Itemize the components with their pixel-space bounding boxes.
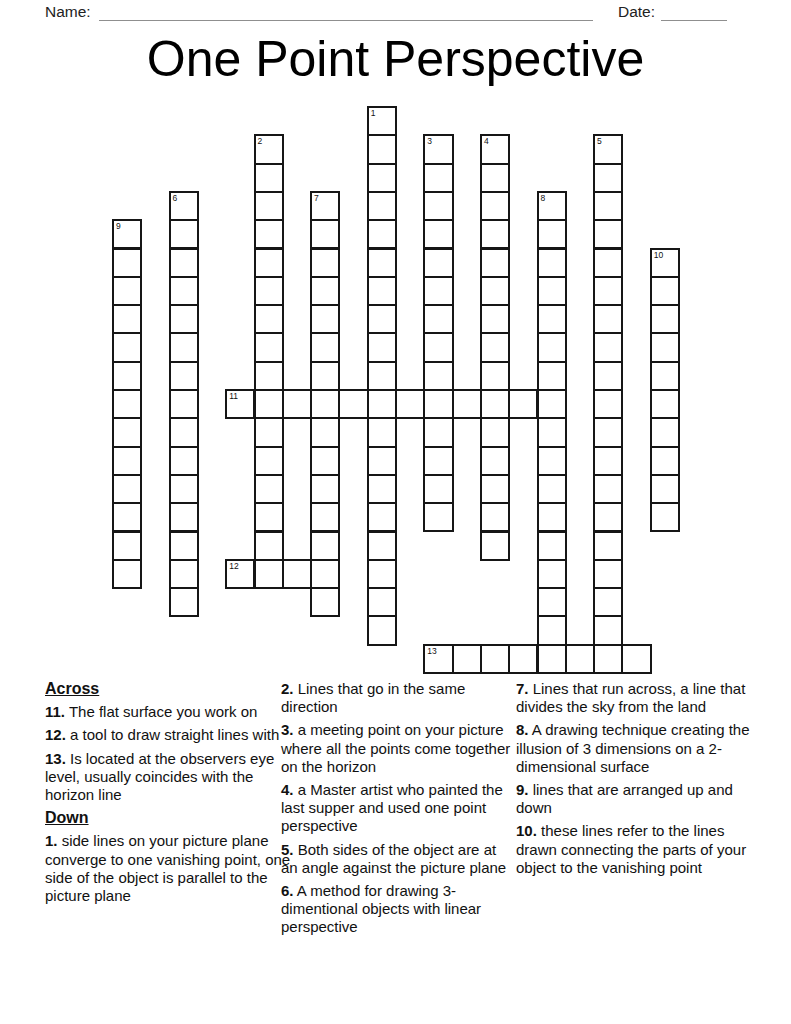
grid-cell[interactable]: 11 [225,389,255,419]
grid-cell[interactable] [423,163,453,193]
grid-cell[interactable] [254,248,284,278]
clue-number: 10. [516,822,537,839]
grid-cell[interactable] [169,587,199,617]
grid-cell[interactable] [254,276,284,306]
grid-cell[interactable] [593,219,623,249]
grid-cell[interactable] [254,531,284,561]
grid-cell[interactable] [169,389,199,419]
grid-cell[interactable] [310,219,340,249]
grid-cell[interactable] [310,446,340,476]
grid-cell[interactable] [537,332,567,362]
grid-cell[interactable] [423,389,453,419]
grid-cell[interactable] [537,559,567,589]
clue-down-3: 3. a meeting point on your picture where… [281,721,515,776]
grid-cell[interactable] [169,502,199,532]
grid-cell[interactable] [169,248,199,278]
clue-down-10: 10. these lines refer to the lines drawn… [516,822,754,877]
grid-cell[interactable] [169,361,199,391]
grid-cell[interactable]: 4 [480,134,510,164]
grid-cell[interactable] [650,502,680,532]
cell-number: 5 [597,136,602,146]
clue-column-3: 7. Lines that run across, a line that di… [516,680,754,882]
grid-cell[interactable] [423,191,453,221]
grid-cell[interactable] [112,389,142,419]
grid-cell[interactable] [367,615,397,645]
grid-cell[interactable]: 2 [254,134,284,164]
grid-cell[interactable] [254,559,284,589]
grid-cell[interactable] [112,531,142,561]
grid-cell[interactable] [310,389,340,419]
grid-cell[interactable] [650,332,680,362]
grid-cell[interactable] [480,304,510,334]
grid-cell[interactable] [650,276,680,306]
grid-cell[interactable] [310,502,340,532]
clue-number: 5. [281,841,294,858]
grid-cell[interactable] [537,615,567,645]
grid-cell[interactable] [537,644,567,674]
grid-cell[interactable] [367,474,397,504]
grid-cell[interactable] [650,446,680,476]
date-label: Date: [618,3,655,21]
grid-cell[interactable] [112,276,142,306]
grid-cell[interactable]: 8 [537,191,567,221]
cell-number: 2 [258,136,263,146]
grid-cell[interactable] [423,446,453,476]
clue-number: 9. [516,781,529,798]
grid-cell[interactable]: 7 [310,191,340,221]
grid-cell[interactable] [593,502,623,532]
grid-cell[interactable]: 3 [423,134,453,164]
clue-number: 7. [516,680,529,697]
clue-down-5: 5. Both sides of the object are at an an… [281,841,515,877]
grid-cell[interactable] [593,361,623,391]
clue-down-6: 6. A method for drawing 3-dimentional ob… [281,882,515,937]
grid-cell[interactable] [423,248,453,278]
grid-cell[interactable] [565,644,595,674]
grid-cell[interactable] [112,559,142,589]
clue-column-1: Across11. The flat surface you work on12… [45,680,293,910]
grid-cell[interactable] [508,389,538,419]
grid-cell[interactable] [593,615,623,645]
grid-cell[interactable] [367,417,397,447]
grid-cell[interactable] [310,361,340,391]
clue-across-13: 13. Is located at the observers eye leve… [45,750,293,805]
grid-cell[interactable]: 10 [650,248,680,278]
cell-number: 1 [371,108,376,118]
grid-cell[interactable] [367,134,397,164]
grid-cell[interactable] [254,417,284,447]
grid-cell[interactable] [480,219,510,249]
grid-cell[interactable] [480,248,510,278]
grid-cell[interactable] [480,332,510,362]
grid-cell[interactable] [367,276,397,306]
grid-cell[interactable] [310,559,340,589]
grid-cell[interactable] [254,502,284,532]
grid-cell[interactable] [593,446,623,476]
worksheet-page: Name: Date: One Point Perspective 123456… [0,0,791,1024]
grid-cell[interactable] [169,276,199,306]
grid-cell[interactable] [537,304,567,334]
cell-number: 8 [541,193,546,203]
grid-cell[interactable] [480,644,510,674]
clue-column-2: 2. Lines that go in the same direction3.… [281,680,515,942]
grid-cell[interactable] [537,531,567,561]
grid-cell[interactable] [593,644,623,674]
grid-cell[interactable] [480,474,510,504]
clue-across-11: 11. The flat surface you work on [45,703,293,721]
grid-cell[interactable] [367,559,397,589]
grid-cell[interactable] [169,332,199,362]
cell-number: 13 [427,646,436,656]
grid-cell[interactable] [169,531,199,561]
clue-number: 2. [281,680,294,697]
grid-cell[interactable] [480,276,510,306]
clue-number: 3. [281,721,294,738]
grid-cell[interactable] [367,191,397,221]
grid-cell[interactable] [593,332,623,362]
grid-cell[interactable] [537,248,567,278]
grid-cell[interactable] [112,474,142,504]
grid-cell[interactable] [367,304,397,334]
grid-cell[interactable] [282,389,312,419]
grid-cell[interactable] [593,304,623,334]
grid-cell[interactable] [423,219,453,249]
grid-cell[interactable] [650,304,680,334]
grid-cell[interactable] [310,332,340,362]
grid-cell[interactable] [367,163,397,193]
grid-cell[interactable] [254,191,284,221]
grid-cell[interactable] [254,361,284,391]
grid-cell[interactable]: 9 [112,219,142,249]
cell-number: 10 [654,250,663,260]
grid-cell[interactable] [593,163,623,193]
name-blank-line[interactable] [99,4,593,21]
clue-across-12: 12. a tool to draw straight lines with [45,726,293,744]
cell-number: 11 [229,391,238,401]
grid-cell[interactable] [423,276,453,306]
grid-cell[interactable] [593,276,623,306]
grid-cell[interactable] [480,502,510,532]
grid-cell[interactable] [452,389,482,419]
grid-cell[interactable] [310,474,340,504]
clue-heading-across: Across [45,680,293,698]
grid-cell[interactable] [112,502,142,532]
grid-cell[interactable] [254,304,284,334]
grid-cell[interactable] [423,417,453,447]
grid-cell[interactable] [338,389,368,419]
crossword-grid: 12345678910111213 [112,106,682,676]
grid-cell[interactable] [480,361,510,391]
grid-cell[interactable] [254,332,284,362]
grid-cell[interactable] [310,531,340,561]
cell-number: 9 [116,221,121,231]
grid-cell[interactable] [395,389,425,419]
cell-number: 3 [427,136,432,146]
clue-down-7: 7. Lines that run across, a line that di… [516,680,754,716]
grid-cell[interactable] [650,474,680,504]
clue-number: 6. [281,882,294,899]
grid-cell[interactable] [254,163,284,193]
grid-cell[interactable] [508,644,538,674]
clue-number: 4. [281,781,294,798]
grid-cell[interactable] [254,446,284,476]
clue-number: 12. [45,726,66,743]
clue-down-2: 2. Lines that go in the same direction [281,680,515,716]
grid-cell[interactable] [650,417,680,447]
clue-down-1: 1. side lines on your picture plane conv… [45,832,293,905]
grid-cell[interactable] [537,389,567,419]
grid-cell[interactable] [537,276,567,306]
clue-down-8: 8. A drawing technique creating the illu… [516,721,754,776]
grid-cell[interactable] [480,191,510,221]
cell-number: 6 [173,193,178,203]
grid-cell[interactable] [593,531,623,561]
grid-cell[interactable] [593,587,623,617]
grid-cell[interactable] [367,446,397,476]
grid-cell[interactable] [367,361,397,391]
grid-cell[interactable] [480,389,510,419]
grid-cell[interactable] [423,502,453,532]
grid-cell[interactable] [254,474,284,504]
grid-cell[interactable] [537,361,567,391]
grid-cell[interactable] [112,332,142,362]
grid-cell[interactable] [367,389,397,419]
grid-cell[interactable] [310,417,340,447]
grid-cell[interactable] [480,446,510,476]
grid-cell[interactable] [112,361,142,391]
grid-cell[interactable] [367,587,397,617]
grid-cell[interactable] [169,304,199,334]
grid-cell[interactable] [452,644,482,674]
grid-cell[interactable] [112,446,142,476]
clue-number: 1. [45,832,58,849]
grid-cell[interactable] [367,219,397,249]
grid-cell[interactable] [593,474,623,504]
page-title: One Point Perspective [0,30,791,88]
grid-cell[interactable] [480,417,510,447]
grid-cell[interactable] [282,559,312,589]
grid-cell[interactable]: 12 [225,559,255,589]
grid-cell[interactable] [169,446,199,476]
clue-number: 11. [45,703,65,720]
grid-cell[interactable] [537,417,567,447]
grid-cell[interactable] [593,248,623,278]
date-blank-line[interactable] [661,4,727,21]
cell-number: 7 [314,193,319,203]
grid-cell[interactable] [593,559,623,589]
grid-cell[interactable] [480,163,510,193]
clue-heading-down: Down [45,809,293,827]
clue-down-9: 9. lines that are arranged up and down [516,781,754,817]
grid-cell[interactable] [537,474,567,504]
grid-cell[interactable] [480,531,510,561]
grid-cell[interactable] [310,248,340,278]
grid-cell[interactable] [423,474,453,504]
grid-cell[interactable] [254,219,284,249]
grid-cell[interactable]: 6 [169,191,199,221]
grid-cell[interactable]: 5 [593,134,623,164]
grid-cell[interactable] [650,389,680,419]
grid-cell[interactable] [537,587,567,617]
grid-cell[interactable] [367,332,397,362]
grid-cell[interactable] [169,219,199,249]
grid-cell[interactable] [367,531,397,561]
cell-number: 4 [484,136,489,146]
grid-cell[interactable] [112,304,142,334]
grid-cell[interactable] [650,361,680,391]
grid-cell[interactable] [169,474,199,504]
clue-down-4: 4. a Master artist who painted the last … [281,781,515,836]
grid-cell[interactable] [423,304,453,334]
grid-cell[interactable] [112,417,142,447]
grid-cell[interactable] [310,276,340,306]
clue-number: 8. [516,721,529,738]
grid-cell[interactable] [423,332,453,362]
grid-cell[interactable] [537,446,567,476]
grid-cell[interactable] [310,587,340,617]
grid-cell[interactable] [593,191,623,221]
grid-cell[interactable] [367,248,397,278]
grid-cell[interactable] [367,502,397,532]
grid-cell[interactable] [169,559,199,589]
grid-cell[interactable] [593,417,623,447]
grid-cell[interactable] [112,248,142,278]
name-label: Name: [45,3,91,21]
clue-number: 13. [45,750,66,767]
grid-cell[interactable] [169,417,199,447]
grid-cell[interactable] [423,361,453,391]
grid-cell[interactable] [310,304,340,334]
grid-cell[interactable] [621,644,651,674]
cell-number: 12 [229,561,238,571]
grid-cell[interactable] [593,389,623,419]
grid-cell[interactable] [254,389,284,419]
grid-cell[interactable]: 13 [423,644,453,674]
grid-cell[interactable]: 1 [367,106,397,136]
grid-cell[interactable] [537,502,567,532]
grid-cell[interactable] [537,219,567,249]
